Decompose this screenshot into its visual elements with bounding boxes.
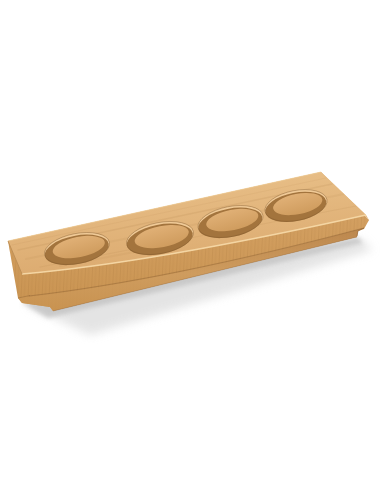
product-photo-stage: Overhead-angle photo of a light beech wo… xyxy=(0,0,381,492)
